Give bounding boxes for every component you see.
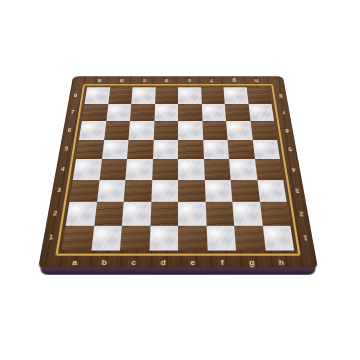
rank-label-right-6: 6	[284, 128, 288, 133]
square-c3	[124, 180, 152, 202]
square-d4	[152, 159, 178, 180]
rank-label-left-6: 6	[67, 128, 71, 133]
square-d3	[151, 180, 178, 202]
square-c4	[125, 159, 152, 180]
square-f5	[203, 140, 229, 159]
square-h8	[246, 87, 271, 103]
square-h1	[262, 225, 294, 250]
rank-label-left-4: 4	[60, 167, 65, 172]
square-e7	[178, 104, 202, 121]
rank-label-right-7: 7	[281, 110, 285, 114]
rank-label-right-2: 2	[298, 210, 303, 216]
square-c8	[131, 87, 155, 103]
square-e4	[178, 159, 204, 180]
square-b4	[99, 159, 127, 180]
square-b2	[94, 202, 124, 226]
rank-label-right-8: 8	[279, 93, 283, 97]
square-b7	[106, 104, 131, 121]
square-d1	[149, 225, 178, 250]
file-label-top-g: g	[232, 78, 236, 83]
square-c1	[120, 225, 150, 250]
square-d2	[150, 202, 178, 226]
file-label-top-e: e	[187, 78, 191, 83]
board-grid	[62, 87, 294, 250]
rank-label-left-1: 1	[48, 235, 53, 241]
square-d6	[153, 121, 178, 139]
file-label-bottom-a: a	[72, 259, 78, 267]
rank-label-right-3: 3	[295, 188, 300, 194]
file-label-top-b: b	[120, 78, 124, 83]
square-a2	[66, 202, 97, 226]
file-label-bottom-h: h	[278, 259, 284, 267]
square-f8	[201, 87, 225, 103]
square-g5	[227, 140, 254, 159]
square-c6	[129, 121, 154, 139]
square-b8	[108, 87, 133, 103]
file-label-bottom-b: b	[101, 259, 107, 267]
square-g7	[225, 104, 250, 121]
square-b1	[91, 225, 122, 250]
square-a7	[82, 104, 108, 121]
rank-label-right-1: 1	[302, 235, 307, 241]
board-face: aabbccddeeffgghh1122334455667788	[38, 76, 318, 269]
square-f1	[206, 225, 236, 250]
square-h4	[255, 159, 284, 180]
chessboard-product-photo: aabbccddeeffgghh1122334455667788	[0, 0, 360, 360]
square-h5	[252, 140, 280, 159]
file-label-top-c: c	[142, 78, 146, 83]
square-c2	[122, 202, 151, 226]
square-h7	[248, 104, 274, 121]
square-a5	[76, 140, 104, 159]
square-e3	[178, 180, 205, 202]
file-label-bottom-g: g	[249, 259, 255, 267]
file-label-bottom-e: e	[190, 259, 195, 267]
square-g1	[234, 225, 265, 250]
rank-label-left-7: 7	[70, 110, 74, 114]
square-a6	[79, 121, 106, 139]
square-b3	[97, 180, 126, 202]
square-f3	[204, 180, 232, 202]
square-f7	[201, 104, 226, 121]
square-h2	[259, 202, 290, 226]
square-e2	[178, 202, 206, 226]
square-g6	[226, 121, 252, 139]
square-e5	[178, 140, 204, 159]
file-label-top-f: f	[210, 78, 212, 83]
square-c5	[127, 140, 153, 159]
square-f6	[202, 121, 227, 139]
square-g8	[223, 87, 248, 103]
square-d7	[154, 104, 178, 121]
square-a4	[73, 159, 102, 180]
file-label-bottom-f: f	[221, 259, 224, 267]
chessboard: aabbccddeeffgghh1122334455667788	[38, 76, 318, 269]
square-e8	[178, 87, 201, 103]
rank-label-left-2: 2	[53, 210, 58, 216]
square-f2	[205, 202, 234, 226]
file-label-top-h: h	[254, 78, 259, 83]
square-h6	[250, 121, 277, 139]
file-label-top-a: a	[97, 78, 101, 83]
square-a1	[62, 225, 94, 250]
square-g2	[232, 202, 262, 226]
rank-label-right-4: 4	[291, 167, 296, 172]
board-side-edge	[39, 267, 316, 275]
square-a8	[85, 87, 110, 103]
square-e6	[178, 121, 203, 139]
file-label-bottom-c: c	[131, 259, 136, 267]
file-label-bottom-d: d	[161, 259, 166, 267]
square-h3	[257, 180, 287, 202]
rank-label-left-8: 8	[73, 93, 77, 97]
rank-label-left-3: 3	[57, 188, 62, 194]
square-c7	[130, 104, 155, 121]
square-g3	[231, 180, 260, 202]
square-e1	[178, 225, 207, 250]
square-g4	[229, 159, 257, 180]
square-d8	[155, 87, 178, 103]
square-f4	[204, 159, 231, 180]
rank-label-left-5: 5	[64, 147, 68, 152]
square-b6	[104, 121, 130, 139]
square-b5	[102, 140, 129, 159]
file-label-top-d: d	[165, 78, 169, 83]
gold-pinstripe-border	[55, 84, 300, 255]
square-d5	[153, 140, 179, 159]
square-a3	[69, 180, 99, 202]
rank-label-right-5: 5	[288, 147, 292, 152]
